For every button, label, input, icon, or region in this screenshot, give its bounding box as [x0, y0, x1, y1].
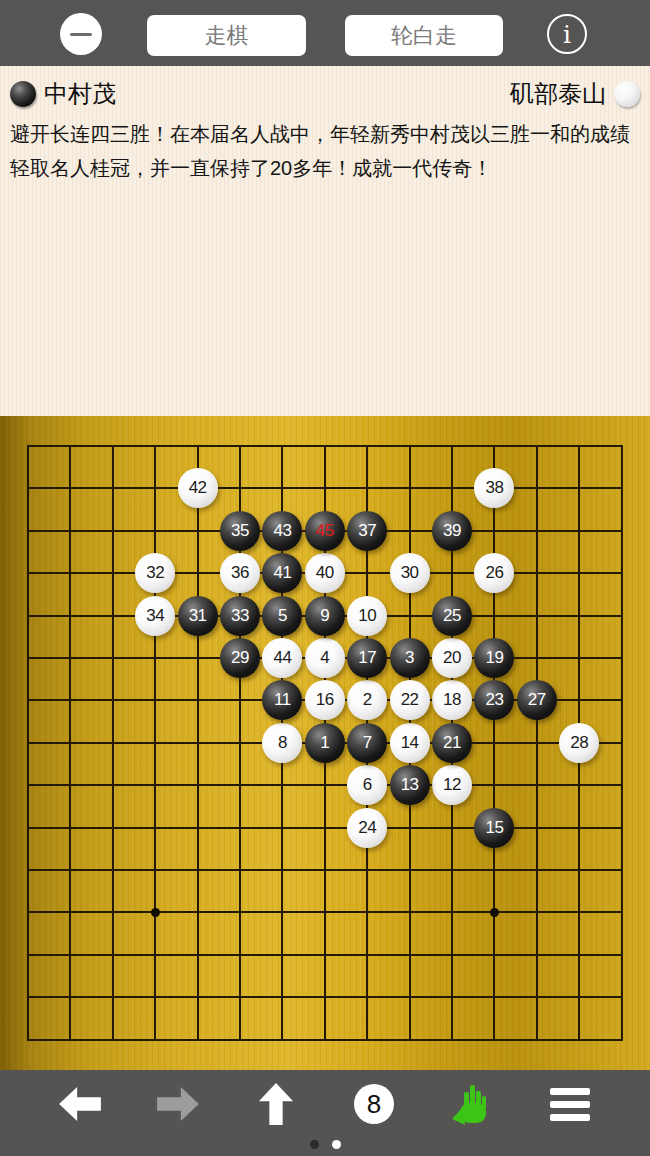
move-number: 21: [432, 723, 472, 763]
stone-white-22: 22: [390, 680, 430, 720]
move-number: 4: [305, 638, 345, 678]
move-number: 32: [135, 553, 175, 593]
minimize-button[interactable]: [60, 13, 102, 55]
stone-black-39: 39: [432, 511, 472, 551]
page-dot: [332, 1140, 341, 1149]
stone-black-25: 25: [432, 596, 472, 636]
move-number: 38: [474, 468, 514, 508]
move-number: 39: [432, 511, 472, 551]
move-number: 9: [305, 596, 345, 636]
up-button[interactable]: [246, 1078, 306, 1130]
stone-black-43: 43: [262, 511, 302, 551]
stone-black-5: 5: [262, 596, 302, 636]
stone-black-31: 31: [178, 596, 218, 636]
stone-white-2: 2: [347, 680, 387, 720]
grid-line: [27, 996, 623, 998]
stone-white-26: 26: [474, 553, 514, 593]
stone-white-16: 16: [305, 680, 345, 720]
arrow-left-icon: [58, 1085, 102, 1123]
stone-white-38: 38: [474, 468, 514, 508]
move-number: 7: [347, 723, 387, 763]
grid-line: [493, 445, 495, 1041]
stone-white-14: 14: [390, 723, 430, 763]
turn-indicator-button[interactable]: 轮白走: [345, 15, 503, 56]
move-button[interactable]: 走棋: [147, 15, 306, 56]
move-number: 5: [262, 596, 302, 636]
stone-white-4: 4: [305, 638, 345, 678]
move-number: 2: [347, 680, 387, 720]
stone-black-29: 29: [220, 638, 260, 678]
move-number: 27: [517, 680, 557, 720]
move-number: 24: [347, 808, 387, 848]
description-line-1: 避开长连四三胜！在本届名人战中，年轻新秀中村茂以三胜一和的成绩: [10, 118, 646, 152]
player-black-name: 中村茂: [44, 78, 116, 110]
page-indicator: [0, 1138, 650, 1150]
top-bar: 走棋 轮白走 i: [0, 0, 650, 66]
stone-black-41: 41: [262, 553, 302, 593]
forward-button[interactable]: [148, 1078, 208, 1130]
move-number: 14: [390, 723, 430, 763]
stone-black-21: 21: [432, 723, 472, 763]
move-number: 13: [390, 765, 430, 805]
star-point: [490, 908, 499, 917]
move-number: 33: [220, 596, 260, 636]
bottom-toolbar: 8: [0, 1070, 650, 1156]
move-number: 29: [220, 638, 260, 678]
move-number: 6: [347, 765, 387, 805]
move-number: 17: [347, 638, 387, 678]
arrow-right-icon: [156, 1085, 200, 1123]
move-number: 22: [390, 680, 430, 720]
stone-white-8: 8: [262, 723, 302, 763]
move-number: 40: [305, 553, 345, 593]
star-point: [151, 908, 160, 917]
player-bar: 中村茂 矶部泰山: [0, 78, 650, 112]
black-stone-icon: [10, 81, 36, 107]
stone-white-10: 10: [347, 596, 387, 636]
move-number: 30: [390, 553, 430, 593]
move-number: 19: [474, 638, 514, 678]
move-number: 28: [559, 723, 599, 763]
player-white-name: 矶部泰山: [510, 78, 606, 110]
hand-icon: [451, 1081, 493, 1127]
info-icon: i: [549, 18, 585, 51]
move-count-badge: 8: [354, 1084, 394, 1124]
stone-black-19: 19: [474, 638, 514, 678]
stone-white-34: 34: [135, 596, 175, 636]
move-number: 45: [305, 511, 345, 551]
stone-white-6: 6: [347, 765, 387, 805]
stone-black-3: 3: [390, 638, 430, 678]
move-number: 3: [390, 638, 430, 678]
move-number: 34: [135, 596, 175, 636]
move-number: 10: [347, 596, 387, 636]
page-dot: [310, 1140, 319, 1149]
stone-black-27: 27: [517, 680, 557, 720]
stone-black-35: 35: [220, 511, 260, 551]
move-number: 43: [262, 511, 302, 551]
stone-black-9: 9: [305, 596, 345, 636]
grid-line: [27, 954, 623, 956]
game-description: 避开长连四三胜！在本届名人战中，年轻新秀中村茂以三胜一和的成绩 轻取名人桂冠，并…: [10, 118, 646, 185]
stone-white-32: 32: [135, 553, 175, 593]
move-number: 36: [220, 553, 260, 593]
game-board[interactable]: 1234567891011121314151617181920212223242…: [0, 416, 650, 1070]
back-button[interactable]: [50, 1078, 110, 1130]
move-count-button[interactable]: 8: [344, 1078, 404, 1130]
move-number: 16: [305, 680, 345, 720]
grid-line: [27, 1039, 623, 1041]
move-number: 44: [262, 638, 302, 678]
stone-white-36: 36: [220, 553, 260, 593]
minus-icon: [70, 33, 92, 36]
stone-white-24: 24: [347, 808, 387, 848]
white-stone-icon: [614, 81, 640, 107]
stone-white-30: 30: [390, 553, 430, 593]
menu-icon: [550, 1088, 590, 1121]
grid-line: [536, 445, 538, 1041]
move-number: 18: [432, 680, 472, 720]
stone-black-33: 33: [220, 596, 260, 636]
move-number: 37: [347, 511, 387, 551]
stone-black-7: 7: [347, 723, 387, 763]
stone-black-45: 45: [305, 511, 345, 551]
move-number: 26: [474, 553, 514, 593]
grid-line: [621, 445, 623, 1041]
move-number: 23: [474, 680, 514, 720]
move-number: 15: [474, 808, 514, 848]
grid-line: [27, 784, 623, 786]
menu-button[interactable]: [540, 1078, 600, 1130]
app-screen: 走棋 轮白走 i 中村茂 矶部泰山 避开长连四三胜！在本届名人战中，年轻新秀中村…: [0, 0, 650, 1156]
arrow-up-icon: [257, 1082, 295, 1126]
stone-black-13: 13: [390, 765, 430, 805]
toolbar-buttons: 8: [50, 1078, 600, 1130]
move-number: 20: [432, 638, 472, 678]
grid-line: [27, 911, 623, 913]
stone-white-42: 42: [178, 468, 218, 508]
stone-white-28: 28: [559, 723, 599, 763]
stone-black-1: 1: [305, 723, 345, 763]
move-number: 35: [220, 511, 260, 551]
stone-white-18: 18: [432, 680, 472, 720]
move-number: 8: [262, 723, 302, 763]
description-line-2: 轻取名人桂冠，并一直保持了20多年！成就一代传奇！: [10, 152, 646, 186]
stone-black-11: 11: [262, 680, 302, 720]
move-number: 1: [305, 723, 345, 763]
move-number: 42: [178, 468, 218, 508]
stone-white-20: 20: [432, 638, 472, 678]
stone-black-17: 17: [347, 638, 387, 678]
hint-hand-button[interactable]: [442, 1078, 502, 1130]
move-number: 41: [262, 553, 302, 593]
stone-black-15: 15: [474, 808, 514, 848]
stone-white-12: 12: [432, 765, 472, 805]
stone-white-40: 40: [305, 553, 345, 593]
grid-line: [27, 869, 623, 871]
stone-black-23: 23: [474, 680, 514, 720]
info-button[interactable]: i: [547, 14, 587, 54]
move-number: 11: [262, 680, 302, 720]
stone-black-37: 37: [347, 511, 387, 551]
move-number: 25: [432, 596, 472, 636]
move-number: 12: [432, 765, 472, 805]
stone-white-44: 44: [262, 638, 302, 678]
info-panel: 中村茂 矶部泰山 避开长连四三胜！在本届名人战中，年轻新秀中村茂以三胜一和的成绩…: [0, 66, 650, 416]
move-number: 31: [178, 596, 218, 636]
grid-line: [27, 827, 623, 829]
